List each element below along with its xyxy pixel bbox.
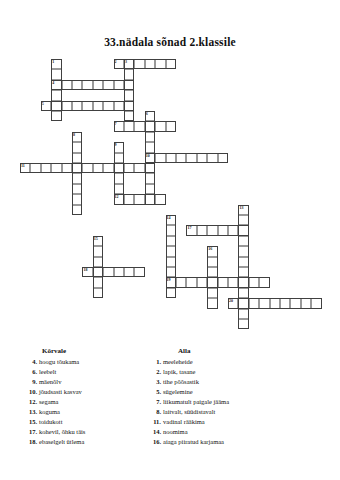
grid-cell[interactable] xyxy=(207,288,217,298)
grid-cell[interactable] xyxy=(103,267,113,277)
grid-cell[interactable] xyxy=(124,121,134,131)
clue-list-number: 5. xyxy=(148,387,161,397)
across-header: Kõrvale xyxy=(42,346,146,357)
grid-cell[interactable] xyxy=(72,153,82,163)
clue-list-text: mäenõlv xyxy=(39,377,146,387)
grid-cell[interactable] xyxy=(72,184,82,194)
grid-cell[interactable] xyxy=(166,153,176,163)
grid-cell[interactable] xyxy=(186,153,196,163)
grid-cell[interactable] xyxy=(155,153,165,163)
grid-cell[interactable] xyxy=(93,80,103,90)
clue-list-number: 17. xyxy=(24,427,37,437)
clue-list-text: kohevil, õhku täis xyxy=(39,427,146,437)
clue-list-number: 2. xyxy=(148,367,161,377)
grid-cell[interactable] xyxy=(124,69,134,79)
grid-cell[interactable] xyxy=(62,80,72,90)
grid-cell[interactable] xyxy=(114,59,124,69)
grid-cell[interactable] xyxy=(72,194,82,204)
grid-cell[interactable] xyxy=(114,80,124,90)
across-clue: 6.leebelt xyxy=(24,367,146,377)
grid-cell[interactable] xyxy=(93,101,103,111)
across-clue: 9.mäenõlv xyxy=(24,377,146,387)
grid-cell[interactable] xyxy=(62,101,72,111)
clue-list-number: 16. xyxy=(148,437,161,447)
grid-cell[interactable] xyxy=(238,288,248,298)
grid-cell[interactable] xyxy=(72,205,82,215)
grid-cell[interactable] xyxy=(114,142,124,152)
grid-cell[interactable] xyxy=(228,225,238,235)
clue-list-text: aiaga piiratud karjamaa xyxy=(163,437,334,447)
clue-list-text: tihe põõsastik xyxy=(163,377,334,387)
grid-cell[interactable] xyxy=(176,153,186,163)
grid-cell[interactable] xyxy=(197,153,207,163)
grid-cell[interactable] xyxy=(145,194,155,204)
grid-cell[interactable] xyxy=(82,101,92,111)
across-clues-list: 4.hoogu tõukama6.leebelt9.mäenõlv10.jõud… xyxy=(24,357,146,447)
clue-list-text: koguma xyxy=(39,407,146,417)
grid-cell[interactable] xyxy=(145,173,155,183)
grid-cell[interactable] xyxy=(207,277,217,287)
grid-cell[interactable] xyxy=(238,257,248,267)
clue-list-number: 12. xyxy=(24,397,37,407)
grid-cell[interactable] xyxy=(41,101,51,111)
grid-cell[interactable] xyxy=(72,142,82,152)
across-clue: 13.koguma xyxy=(24,407,146,417)
grid-cell[interactable] xyxy=(155,59,165,69)
grid-cell[interactable] xyxy=(166,236,176,246)
grid-cell[interactable] xyxy=(124,163,134,173)
grid-cell[interactable] xyxy=(197,277,207,287)
grid-cell[interactable] xyxy=(51,69,61,79)
grid-cell[interactable] xyxy=(259,298,269,308)
grid-cell[interactable] xyxy=(51,101,61,111)
grid-cell[interactable] xyxy=(166,277,176,287)
grid-cell[interactable] xyxy=(166,225,176,235)
clue-list-number: 14. xyxy=(148,427,161,437)
grid-cell[interactable] xyxy=(20,163,30,173)
grid-cell[interactable] xyxy=(134,59,144,69)
grid-cell[interactable] xyxy=(249,298,259,308)
down-clues-list: 1.meeleheide2.lapik, tasane3.tihe põõsas… xyxy=(148,357,334,447)
grid-cell[interactable] xyxy=(166,59,176,69)
grid-cell[interactable] xyxy=(114,184,124,194)
grid-cell[interactable] xyxy=(124,59,134,69)
grid-cell[interactable] xyxy=(301,298,311,308)
clue-list-text: hoogu tõukama xyxy=(39,357,146,367)
grid-cell[interactable] xyxy=(93,277,103,287)
grid-cell[interactable] xyxy=(134,194,144,204)
grid-cell[interactable] xyxy=(72,163,82,173)
grid-cell[interactable] xyxy=(207,298,217,308)
clue-list-text: laitvalt, süüdistavalt xyxy=(163,407,334,417)
across-clue: 10.jõudsasti kasvav xyxy=(24,387,146,397)
grid-cell[interactable] xyxy=(114,173,124,183)
grid-cell[interactable] xyxy=(145,59,155,69)
grid-cell[interactable] xyxy=(155,121,165,131)
grid-cell[interactable] xyxy=(103,80,113,90)
grid-cell[interactable] xyxy=(124,90,134,100)
grid-cell[interactable] xyxy=(93,246,103,256)
grid-cell[interactable] xyxy=(103,101,113,111)
grid-cell[interactable] xyxy=(124,267,134,277)
down-clues-column: Alla 1.meeleheide2.lapik, tasane3.tihe p… xyxy=(148,346,334,447)
grid-cell[interactable] xyxy=(72,132,82,142)
grid-cell[interactable] xyxy=(207,153,217,163)
grid-cell[interactable] xyxy=(145,184,155,194)
grid-cell[interactable] xyxy=(238,225,248,235)
grid-cell[interactable] xyxy=(197,225,207,235)
grid-cell[interactable] xyxy=(103,163,113,173)
grid-cell[interactable] xyxy=(238,309,248,319)
grid-cell[interactable] xyxy=(51,163,61,173)
across-clue: 12.segama xyxy=(24,397,146,407)
grid-cell[interactable] xyxy=(114,153,124,163)
clue-list-number: 7. xyxy=(148,397,161,407)
grid-cell[interactable] xyxy=(93,267,103,277)
grid-cell[interactable] xyxy=(93,236,103,246)
grid-cell[interactable] xyxy=(238,215,248,225)
grid-cell[interactable] xyxy=(218,153,228,163)
grid-cell[interactable] xyxy=(207,267,217,277)
clue-list-text: vadinal rääkima xyxy=(163,417,334,427)
clue-list-text: meeleheide xyxy=(163,357,334,367)
clue-list-number: 18. xyxy=(24,437,37,447)
down-header: Alla xyxy=(178,346,334,357)
grid-cell[interactable] xyxy=(238,298,248,308)
down-clue: 11.vadinal rääkima xyxy=(148,417,334,427)
grid-cell[interactable] xyxy=(114,194,124,204)
clue-list-number: 13. xyxy=(24,407,37,417)
grid-cell[interactable] xyxy=(145,121,155,131)
grid-cell[interactable] xyxy=(238,236,248,246)
grid-cell[interactable] xyxy=(218,225,228,235)
grid-cell[interactable] xyxy=(207,225,217,235)
grid-cell[interactable] xyxy=(134,267,144,277)
grid-cell[interactable] xyxy=(145,111,155,121)
clue-list-number: 15. xyxy=(24,417,37,427)
clue-list-text: lapik, tasane xyxy=(163,367,334,377)
grid-cell[interactable] xyxy=(72,101,82,111)
clue-list-number: 4. xyxy=(24,357,37,367)
grid-cell[interactable] xyxy=(134,163,144,173)
grid-cell[interactable] xyxy=(145,132,155,142)
across-clue: 15.toidukott xyxy=(24,417,146,427)
clue-list-number: 9. xyxy=(24,377,37,387)
worksheet-page: 33.nädala sõnad 2.klassile 1234567891011… xyxy=(0,0,340,480)
grid-cell[interactable] xyxy=(145,153,155,163)
grid-cell[interactable] xyxy=(51,90,61,100)
clue-list-text: liikumatult paigale jääma xyxy=(163,397,334,407)
grid-cell[interactable] xyxy=(145,142,155,152)
grid-cell[interactable] xyxy=(186,225,196,235)
grid-cell[interactable] xyxy=(93,257,103,267)
grid-cell[interactable] xyxy=(166,246,176,256)
across-clues-column: Kõrvale 4.hoogu tõukama6.leebelt9.mäenõl… xyxy=(24,346,146,447)
down-clue: 14.noomima xyxy=(148,427,334,437)
grid-cell[interactable] xyxy=(114,121,124,131)
grid-cell[interactable] xyxy=(82,163,92,173)
grid-cell[interactable] xyxy=(62,163,72,173)
grid-cell[interactable] xyxy=(93,163,103,173)
down-clue: 2.lapik, tasane xyxy=(148,367,334,377)
down-clue: 3.tihe põõsastik xyxy=(148,377,334,387)
grid-cell[interactable] xyxy=(82,80,92,90)
grid-cell[interactable] xyxy=(186,277,196,287)
grid-cell[interactable] xyxy=(114,163,124,173)
grid-cell[interactable] xyxy=(51,59,61,69)
grid-cell[interactable] xyxy=(166,257,176,267)
grid-cell[interactable] xyxy=(238,205,248,215)
grid-cell[interactable] xyxy=(311,298,321,308)
grid-cell[interactable] xyxy=(145,163,155,173)
grid-cell[interactable] xyxy=(270,298,280,308)
grid-cell[interactable] xyxy=(124,80,134,90)
clue-list-text: leebelt xyxy=(39,367,146,377)
clue-list-text: toidukott xyxy=(39,417,146,427)
clue-list-number: 8. xyxy=(148,407,161,417)
down-clue: 8.laitvalt, süüdistavalt xyxy=(148,407,334,417)
grid-cell[interactable] xyxy=(155,194,165,204)
grid-cell[interactable] xyxy=(41,163,51,173)
grid-cell[interactable] xyxy=(218,277,228,287)
grid-cell[interactable] xyxy=(30,163,40,173)
clue-list-text: sügelemine xyxy=(163,387,334,397)
grid-cell[interactable] xyxy=(176,277,186,287)
grid-cell[interactable] xyxy=(134,121,144,131)
grid-cell[interactable] xyxy=(51,111,61,121)
grid-cell[interactable] xyxy=(228,298,238,308)
grid-cell[interactable] xyxy=(124,101,134,111)
down-clue: 7.liikumatult paigale jääma xyxy=(148,397,334,407)
grid-cell[interactable] xyxy=(82,267,92,277)
grid-cell[interactable] xyxy=(280,298,290,308)
clue-list-text: jõudsasti kasvav xyxy=(39,387,146,397)
grid-cell[interactable] xyxy=(238,267,248,277)
grid-cell[interactable] xyxy=(228,277,238,287)
grid-cell[interactable] xyxy=(238,246,248,256)
grid-cell[interactable] xyxy=(166,121,176,131)
across-clue: 4.hoogu tõukama xyxy=(24,357,146,367)
grid-cell[interactable] xyxy=(114,101,124,111)
grid-cell[interactable] xyxy=(238,319,248,329)
grid-cell[interactable] xyxy=(238,277,248,287)
clue-list-number: 1. xyxy=(148,357,161,367)
grid-cell[interactable] xyxy=(249,277,259,287)
across-clue: 17.kohevil, õhku täis xyxy=(24,427,146,437)
clue-list-text: segama xyxy=(39,397,146,407)
grid-cell[interactable] xyxy=(166,267,176,277)
grid-cell[interactable] xyxy=(166,288,176,298)
grid-cell[interactable] xyxy=(207,257,217,267)
grid-cell[interactable] xyxy=(259,277,269,287)
clue-list-number: 10. xyxy=(24,387,37,397)
clue-list-number: 3. xyxy=(148,377,161,387)
grid-cell[interactable] xyxy=(124,111,134,121)
grid-cell[interactable] xyxy=(51,80,61,90)
down-clue: 1.meeleheide xyxy=(148,357,334,367)
crossword-board: 1234567891011121314151617181920 xyxy=(0,0,340,345)
grid-cell[interactable] xyxy=(93,288,103,298)
grid-cell[interactable] xyxy=(114,267,124,277)
grid-cell[interactable] xyxy=(207,246,217,256)
grid-cell[interactable] xyxy=(72,173,82,183)
clue-list-number: 6. xyxy=(24,367,37,377)
grid-cell[interactable] xyxy=(72,80,82,90)
across-clue: 18.ebaselgelt ütlema xyxy=(24,437,146,447)
clue-list-number: 11. xyxy=(148,417,161,427)
down-clue: 5.sügelemine xyxy=(148,387,334,397)
grid-cell[interactable] xyxy=(124,194,134,204)
down-clue: 16.aiaga piiratud karjamaa xyxy=(148,437,334,447)
clue-list-text: noomima xyxy=(163,427,334,437)
clue-list-text: ebaselgelt ütlema xyxy=(39,437,146,447)
grid-cell[interactable] xyxy=(166,215,176,225)
grid-cell[interactable] xyxy=(290,298,300,308)
